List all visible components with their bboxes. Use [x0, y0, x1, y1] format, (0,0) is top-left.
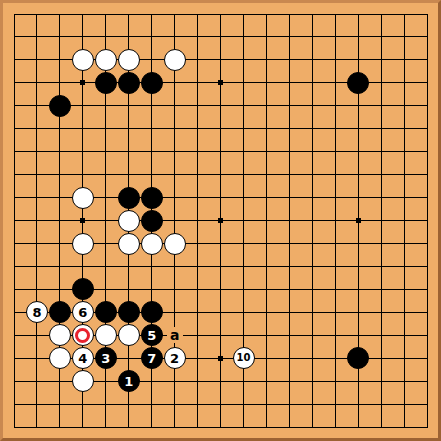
point-label-a: a — [167, 327, 183, 343]
black-stone-move-3[interactable]: 3 — [95, 347, 117, 369]
white-stone[interactable] — [141, 233, 163, 255]
white-stone[interactable] — [95, 49, 117, 71]
white-stone-move-4[interactable]: 4 — [72, 347, 94, 369]
black-stone-move-5[interactable]: 5 — [141, 324, 163, 346]
grid-line — [266, 14, 267, 428]
star-point — [218, 80, 223, 85]
black-stone[interactable] — [141, 301, 163, 323]
grid-line — [381, 14, 382, 428]
white-stone[interactable] — [95, 324, 117, 346]
go-board-grid[interactable]: 8654372101a — [3, 3, 438, 438]
black-stone-move-7[interactable]: 7 — [141, 347, 163, 369]
grid-line — [289, 14, 290, 428]
white-stone[interactable] — [118, 210, 140, 232]
white-stone[interactable] — [72, 233, 94, 255]
white-stone[interactable] — [72, 370, 94, 392]
grid-line — [14, 404, 428, 405]
white-stone-move-6[interactable]: 6 — [72, 301, 94, 323]
grid-line — [335, 14, 336, 428]
black-stone[interactable] — [118, 301, 140, 323]
black-stone-move-1[interactable]: 1 — [118, 370, 140, 392]
white-stone[interactable] — [164, 233, 186, 255]
star-point — [80, 218, 85, 223]
white-stone[interactable] — [72, 49, 94, 71]
black-stone[interactable] — [118, 72, 140, 94]
goban[interactable]: 8654372101a — [0, 0, 441, 441]
star-point — [218, 356, 223, 361]
star-point — [218, 218, 223, 223]
grid-line — [14, 427, 428, 428]
white-stone-marked[interactable] — [72, 324, 94, 346]
white-stone-move-8[interactable]: 8 — [26, 301, 48, 323]
white-stone[interactable] — [118, 233, 140, 255]
black-stone[interactable] — [49, 95, 71, 117]
white-stone[interactable] — [118, 324, 140, 346]
black-stone[interactable] — [347, 347, 369, 369]
black-stone[interactable] — [49, 301, 71, 323]
black-stone[interactable] — [95, 72, 117, 94]
white-stone[interactable] — [164, 49, 186, 71]
star-point — [356, 218, 361, 223]
white-stone[interactable] — [118, 49, 140, 71]
red-circle-marker — [75, 328, 90, 343]
grid-line — [312, 14, 313, 428]
black-stone[interactable] — [118, 187, 140, 209]
black-stone[interactable] — [141, 210, 163, 232]
black-stone[interactable] — [141, 72, 163, 94]
star-point — [80, 80, 85, 85]
white-stone-move-2[interactable]: 2 — [164, 347, 186, 369]
black-stone[interactable] — [95, 301, 117, 323]
black-stone[interactable] — [347, 72, 369, 94]
white-stone[interactable] — [72, 187, 94, 209]
grid-line — [427, 14, 428, 428]
white-stone[interactable] — [49, 347, 71, 369]
black-stone[interactable] — [141, 187, 163, 209]
white-stone-move-10[interactable]: 10 — [233, 347, 255, 369]
grid-line — [404, 14, 405, 428]
grid-line — [14, 266, 428, 267]
black-stone[interactable] — [72, 278, 94, 300]
white-stone[interactable] — [49, 324, 71, 346]
